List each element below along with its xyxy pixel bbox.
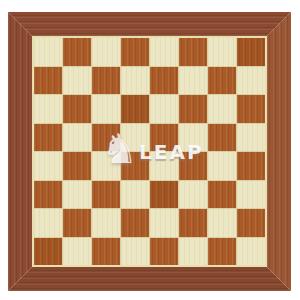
square-g4[interactable] bbox=[208, 152, 236, 180]
square-c4[interactable] bbox=[92, 152, 120, 180]
square-f2[interactable] bbox=[179, 209, 207, 237]
square-a2[interactable] bbox=[34, 209, 62, 237]
square-c3[interactable] bbox=[92, 181, 120, 209]
playing-area: ♞ LEAP bbox=[32, 36, 267, 267]
square-f3[interactable] bbox=[179, 181, 207, 209]
square-c2[interactable] bbox=[92, 209, 120, 237]
square-f1[interactable] bbox=[179, 238, 207, 266]
square-h2[interactable] bbox=[237, 209, 265, 237]
square-b4[interactable] bbox=[63, 152, 91, 180]
square-a7[interactable] bbox=[34, 67, 62, 95]
square-e7[interactable] bbox=[150, 67, 178, 95]
square-f6[interactable] bbox=[179, 95, 207, 123]
square-c6[interactable] bbox=[92, 95, 120, 123]
square-g2[interactable] bbox=[208, 209, 236, 237]
square-a5[interactable] bbox=[34, 124, 62, 152]
chess-board: ♞ LEAP bbox=[8, 12, 291, 291]
square-f7[interactable] bbox=[179, 67, 207, 95]
square-d2[interactable] bbox=[121, 209, 149, 237]
square-e3[interactable] bbox=[150, 181, 178, 209]
square-e4[interactable] bbox=[150, 152, 178, 180]
square-a4[interactable] bbox=[34, 152, 62, 180]
square-e1[interactable] bbox=[150, 238, 178, 266]
square-g3[interactable] bbox=[208, 181, 236, 209]
square-d3[interactable] bbox=[121, 181, 149, 209]
square-g1[interactable] bbox=[208, 238, 236, 266]
square-b1[interactable] bbox=[63, 238, 91, 266]
square-g8[interactable] bbox=[208, 38, 236, 66]
square-b7[interactable] bbox=[63, 67, 91, 95]
square-c5[interactable] bbox=[92, 124, 120, 152]
product-photo: ♞ LEAP bbox=[0, 0, 300, 300]
square-h4[interactable] bbox=[237, 152, 265, 180]
square-d6[interactable] bbox=[121, 95, 149, 123]
square-h3[interactable] bbox=[237, 181, 265, 209]
square-a6[interactable] bbox=[34, 95, 62, 123]
square-b6[interactable] bbox=[63, 95, 91, 123]
square-d7[interactable] bbox=[121, 67, 149, 95]
square-b8[interactable] bbox=[63, 38, 91, 66]
square-h8[interactable] bbox=[237, 38, 265, 66]
frame-rail-right bbox=[267, 12, 291, 291]
square-c1[interactable] bbox=[92, 238, 120, 266]
square-d8[interactable] bbox=[121, 38, 149, 66]
square-b2[interactable] bbox=[63, 209, 91, 237]
square-g5[interactable] bbox=[208, 124, 236, 152]
board-grid bbox=[34, 38, 265, 265]
square-a1[interactable] bbox=[34, 238, 62, 266]
square-h1[interactable] bbox=[237, 238, 265, 266]
square-h5[interactable] bbox=[237, 124, 265, 152]
square-c8[interactable] bbox=[92, 38, 120, 66]
square-e2[interactable] bbox=[150, 209, 178, 237]
square-d5[interactable] bbox=[121, 124, 149, 152]
square-e5[interactable] bbox=[150, 124, 178, 152]
square-f5[interactable] bbox=[179, 124, 207, 152]
square-h7[interactable] bbox=[237, 67, 265, 95]
square-c7[interactable] bbox=[92, 67, 120, 95]
square-g6[interactable] bbox=[208, 95, 236, 123]
square-f8[interactable] bbox=[179, 38, 207, 66]
square-e8[interactable] bbox=[150, 38, 178, 66]
square-d1[interactable] bbox=[121, 238, 149, 266]
square-g7[interactable] bbox=[208, 67, 236, 95]
frame-rail-bottom bbox=[8, 267, 291, 291]
square-e6[interactable] bbox=[150, 95, 178, 123]
square-a3[interactable] bbox=[34, 181, 62, 209]
square-d4[interactable] bbox=[121, 152, 149, 180]
square-b3[interactable] bbox=[63, 181, 91, 209]
square-h6[interactable] bbox=[237, 95, 265, 123]
square-b5[interactable] bbox=[63, 124, 91, 152]
frame-rail-top bbox=[8, 12, 291, 36]
square-a8[interactable] bbox=[34, 38, 62, 66]
frame-rail-left bbox=[8, 12, 32, 291]
square-f4[interactable] bbox=[179, 152, 207, 180]
